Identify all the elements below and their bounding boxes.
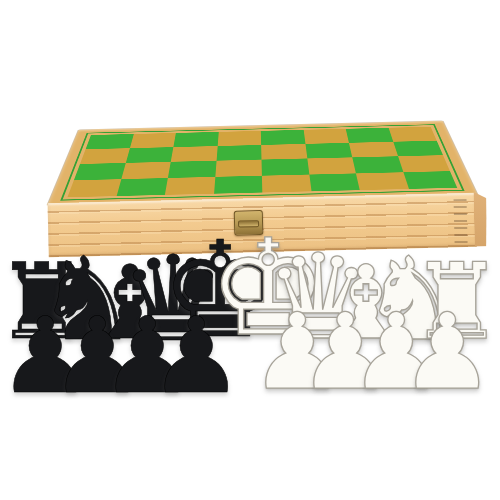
chess-set-photo: ♜♞♝♛♚♟♟♟♟♚♛♝♞♜♟♟♟♟ — [0, 0, 500, 500]
white-pawn: ♟ — [400, 300, 494, 405]
black-pawn: ♟ — [149, 304, 243, 409]
pieces-layer: ♜♞♝♛♚♟♟♟♟♚♛♝♞♜♟♟♟♟ — [0, 0, 500, 500]
